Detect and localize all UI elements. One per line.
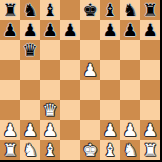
square-f4[interactable] (100, 80, 120, 100)
square-h1[interactable]: ♜ (140, 140, 160, 160)
piece-white-bishop[interactable]: ♝ (102, 140, 117, 160)
square-b6[interactable]: ♛ (20, 40, 40, 60)
piece-black-queen[interactable]: ♛ (22, 40, 37, 60)
piece-black-knight[interactable]: ♞ (122, 0, 137, 20)
square-f5[interactable] (100, 60, 120, 80)
piece-black-bishop[interactable]: ♝ (42, 0, 57, 20)
square-h8[interactable]: ♜ (140, 0, 160, 20)
square-h4[interactable] (140, 80, 160, 100)
square-f7[interactable]: ♟ (100, 20, 120, 40)
board-grid: ♜♞♝♚♝♞♜♟♟♟♟♟♟♟♛♟♛♟♟♟♟♟♟♜♞♝♚♝♞♜ (0, 0, 160, 160)
square-g6[interactable] (120, 40, 140, 60)
square-a1[interactable]: ♜ (0, 140, 20, 160)
square-e8[interactable]: ♚ (80, 0, 100, 20)
piece-white-king[interactable]: ♚ (82, 140, 97, 160)
square-f1[interactable]: ♝ (100, 140, 120, 160)
square-h6[interactable] (140, 40, 160, 60)
square-g3[interactable] (120, 100, 140, 120)
piece-white-pawn[interactable]: ♟ (82, 60, 97, 80)
square-a6[interactable] (0, 40, 20, 60)
square-c1[interactable]: ♝ (40, 140, 60, 160)
square-a7[interactable]: ♟ (0, 20, 20, 40)
square-b2[interactable]: ♟ (20, 120, 40, 140)
square-d5[interactable] (60, 60, 80, 80)
piece-white-rook[interactable]: ♜ (2, 140, 17, 160)
square-a4[interactable] (0, 80, 20, 100)
chess-board: ♜♞♝♚♝♞♜♟♟♟♟♟♟♟♛♟♛♟♟♟♟♟♟♜♞♝♚♝♞♜ (0, 0, 162, 162)
square-f8[interactable]: ♝ (100, 0, 120, 20)
piece-white-pawn[interactable]: ♟ (142, 120, 157, 140)
square-b3[interactable] (20, 100, 40, 120)
square-e3[interactable] (80, 100, 100, 120)
square-c4[interactable] (40, 80, 60, 100)
piece-black-bishop[interactable]: ♝ (102, 0, 117, 20)
piece-black-pawn[interactable]: ♟ (42, 20, 57, 40)
piece-black-pawn[interactable]: ♟ (62, 20, 77, 40)
square-h3[interactable] (140, 100, 160, 120)
square-a5[interactable] (0, 60, 20, 80)
square-a3[interactable] (0, 100, 20, 120)
square-e1[interactable]: ♚ (80, 140, 100, 160)
square-g4[interactable] (120, 80, 140, 100)
square-c7[interactable]: ♟ (40, 20, 60, 40)
piece-black-pawn[interactable]: ♟ (122, 20, 137, 40)
square-a2[interactable]: ♟ (0, 120, 20, 140)
piece-white-knight[interactable]: ♞ (22, 140, 37, 160)
piece-white-knight[interactable]: ♞ (122, 140, 137, 160)
square-e6[interactable] (80, 40, 100, 60)
square-b7[interactable]: ♟ (20, 20, 40, 40)
square-c5[interactable] (40, 60, 60, 80)
square-f6[interactable] (100, 40, 120, 60)
piece-black-knight[interactable]: ♞ (22, 0, 37, 20)
piece-black-king[interactable]: ♚ (82, 0, 97, 20)
square-e7[interactable] (80, 20, 100, 40)
square-e4[interactable] (80, 80, 100, 100)
piece-white-queen[interactable]: ♛ (42, 100, 57, 120)
square-g5[interactable] (120, 60, 140, 80)
piece-black-pawn[interactable]: ♟ (22, 20, 37, 40)
square-h2[interactable]: ♟ (140, 120, 160, 140)
square-d4[interactable] (60, 80, 80, 100)
piece-white-pawn[interactable]: ♟ (2, 120, 17, 140)
square-g8[interactable]: ♞ (120, 0, 140, 20)
piece-black-pawn[interactable]: ♟ (142, 20, 157, 40)
piece-white-rook[interactable]: ♜ (142, 140, 157, 160)
square-g2[interactable]: ♟ (120, 120, 140, 140)
square-d6[interactable] (60, 40, 80, 60)
square-h5[interactable] (140, 60, 160, 80)
square-f2[interactable]: ♟ (100, 120, 120, 140)
square-d1[interactable] (60, 140, 80, 160)
square-f3[interactable] (100, 100, 120, 120)
square-e5[interactable]: ♟ (80, 60, 100, 80)
square-g1[interactable]: ♞ (120, 140, 140, 160)
square-c8[interactable]: ♝ (40, 0, 60, 20)
piece-white-pawn[interactable]: ♟ (22, 120, 37, 140)
square-c6[interactable] (40, 40, 60, 60)
square-c3[interactable]: ♛ (40, 100, 60, 120)
square-d7[interactable]: ♟ (60, 20, 80, 40)
piece-black-pawn[interactable]: ♟ (2, 20, 17, 40)
square-b1[interactable]: ♞ (20, 140, 40, 160)
square-b4[interactable] (20, 80, 40, 100)
square-b8[interactable]: ♞ (20, 0, 40, 20)
square-a8[interactable]: ♜ (0, 0, 20, 20)
square-g7[interactable]: ♟ (120, 20, 140, 40)
piece-white-bishop[interactable]: ♝ (42, 140, 57, 160)
square-d3[interactable] (60, 100, 80, 120)
square-b5[interactable] (20, 60, 40, 80)
piece-white-pawn[interactable]: ♟ (122, 120, 137, 140)
piece-black-pawn[interactable]: ♟ (102, 20, 117, 40)
square-h7[interactable]: ♟ (140, 20, 160, 40)
piece-white-pawn[interactable]: ♟ (42, 120, 57, 140)
square-e2[interactable] (80, 120, 100, 140)
piece-black-rook[interactable]: ♜ (2, 0, 17, 20)
square-d2[interactable] (60, 120, 80, 140)
piece-black-rook[interactable]: ♜ (142, 0, 157, 20)
piece-white-pawn[interactable]: ♟ (102, 120, 117, 140)
square-d8[interactable] (60, 0, 80, 20)
square-c2[interactable]: ♟ (40, 120, 60, 140)
